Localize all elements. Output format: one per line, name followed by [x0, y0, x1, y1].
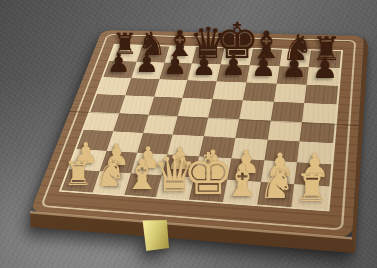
piece-black-pawn-c7[interactable]: ♟ [163, 50, 187, 77]
pieces-layer: ♜♞♝♛♚♝♞♜♟♟♟♟♟♟♟♟♟♟♟♟♟♟♟♟♜♞♝♛♚♝♞♜ [0, 0, 377, 268]
piece-black-pawn-d7[interactable]: ♟ [192, 51, 217, 78]
piece-black-pawn-f7[interactable]: ♟ [251, 52, 276, 80]
piece-white-knight-b1[interactable]: ♞ [93, 155, 127, 193]
piece-black-pawn-h7[interactable]: ♟ [312, 53, 338, 83]
piece-black-pawn-g7[interactable]: ♟ [281, 53, 307, 82]
piece-black-pawn-e7[interactable]: ♟ [221, 52, 246, 80]
piece-black-pawn-a7[interactable]: ♟ [107, 49, 130, 75]
piece-white-rook-h1[interactable]: ♜ [295, 169, 329, 207]
piece-white-bishop-f1[interactable]: ♝ [222, 159, 262, 203]
piece-white-rook-a1[interactable]: ♜ [64, 157, 94, 190]
piece-black-pawn-b7[interactable]: ♟ [135, 50, 159, 77]
slate-background: ♜♞♝♛♚♝♞♜♟♟♟♟♟♟♟♟♟♟♟♟♟♟♟♟♜♞♝♛♚♝♞♜ [0, 0, 377, 268]
piece-white-knight-g1[interactable]: ♞ [258, 164, 295, 205]
